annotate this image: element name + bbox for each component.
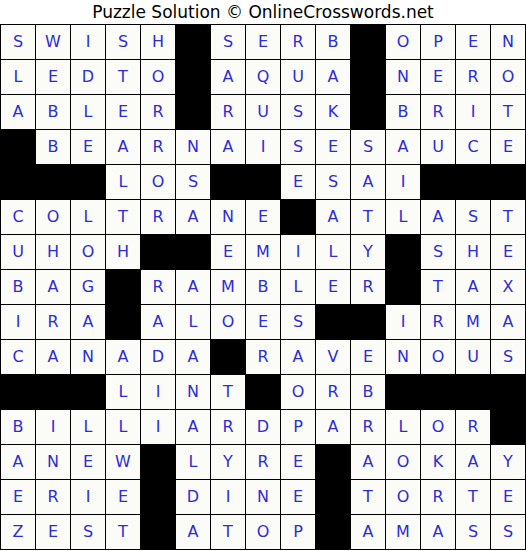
letter-cell: L (1, 60, 36, 95)
letter-cell: E (106, 480, 141, 515)
black-cell (176, 60, 211, 95)
letter-cell: E (71, 445, 106, 480)
letter-cell: B (316, 25, 351, 60)
letter-cell: U (246, 95, 281, 130)
letter-cell: A (71, 305, 106, 340)
title-bar: Puzzle Solution © OnlineCrosswords.net (0, 0, 526, 24)
black-cell (141, 515, 176, 550)
letter-cell: N (211, 200, 246, 235)
letter-cell: S (106, 25, 141, 60)
letter-cell: T (491, 200, 526, 235)
letter-cell: R (141, 200, 176, 235)
letter-cell: I (141, 410, 176, 445)
letter-cell: R (421, 305, 456, 340)
letter-cell: S (456, 200, 491, 235)
letter-cell: E (351, 340, 386, 375)
letter-cell: R (36, 480, 71, 515)
letter-cell: A (141, 305, 176, 340)
black-cell (246, 165, 281, 200)
letter-cell: S (211, 25, 246, 60)
letter-cell: U (456, 340, 491, 375)
letter-cell: A (316, 410, 351, 445)
letter-cell: E (211, 235, 246, 270)
letter-cell: R (316, 375, 351, 410)
letter-cell: S (1, 25, 36, 60)
letter-cell: S (456, 515, 491, 550)
letter-cell: E (316, 270, 351, 305)
black-cell (281, 200, 316, 235)
letter-cell: A (421, 515, 456, 550)
letter-cell: E (246, 25, 281, 60)
letter-cell: N (71, 340, 106, 375)
letter-cell: C (456, 130, 491, 165)
black-cell (106, 305, 141, 340)
letter-cell: R (211, 95, 246, 130)
letter-cell: E (36, 60, 71, 95)
black-cell (1, 130, 36, 165)
letter-cell: A (36, 270, 71, 305)
black-cell (456, 165, 491, 200)
letter-cell: L (281, 270, 316, 305)
letter-cell: R (141, 130, 176, 165)
letter-cell: E (1, 480, 36, 515)
letter-cell: E (281, 445, 316, 480)
letter-cell: E (491, 130, 526, 165)
letter-cell: A (1, 95, 36, 130)
letter-cell: A (316, 60, 351, 95)
black-cell (176, 25, 211, 60)
black-cell (316, 515, 351, 550)
letter-cell: O (211, 305, 246, 340)
letter-cell: L (71, 410, 106, 445)
letter-cell: R (36, 305, 71, 340)
letter-cell: H (106, 235, 141, 270)
letter-cell: P (281, 515, 316, 550)
letter-cell: A (421, 200, 456, 235)
letter-cell: G (71, 270, 106, 305)
letter-cell: O (141, 165, 176, 200)
letter-cell: I (1, 305, 36, 340)
letter-cell: M (386, 515, 421, 550)
black-cell (36, 165, 71, 200)
letter-cell: P (281, 410, 316, 445)
letter-cell: S (351, 130, 386, 165)
letter-cell: A (36, 340, 71, 375)
letter-cell: R (456, 60, 491, 95)
letter-cell: V (316, 340, 351, 375)
letter-cell: I (141, 375, 176, 410)
black-cell (491, 375, 526, 410)
letter-cell: T (106, 60, 141, 95)
letter-cell: B (1, 410, 36, 445)
letter-cell: I (386, 165, 421, 200)
letter-cell: O (491, 60, 526, 95)
letter-cell: H (141, 25, 176, 60)
letter-cell: A (456, 270, 491, 305)
black-cell (106, 270, 141, 305)
letter-cell: E (491, 480, 526, 515)
letter-cell: M (246, 235, 281, 270)
black-cell (141, 480, 176, 515)
letter-cell: B (36, 130, 71, 165)
letter-cell: P (421, 25, 456, 60)
black-cell (491, 165, 526, 200)
letter-cell: R (421, 95, 456, 130)
letter-cell: S (281, 305, 316, 340)
letter-cell: X (491, 270, 526, 305)
letter-cell: N (386, 60, 421, 95)
letter-cell: S (421, 235, 456, 270)
letter-cell: S (316, 165, 351, 200)
letter-cell: K (421, 445, 456, 480)
letter-cell: S (491, 340, 526, 375)
letter-cell: R (421, 480, 456, 515)
letter-cell: E (71, 130, 106, 165)
letter-cell: O (141, 60, 176, 95)
letter-cell: O (36, 200, 71, 235)
letter-cell: C (1, 340, 36, 375)
letter-cell: L (176, 305, 211, 340)
black-cell (71, 165, 106, 200)
letter-cell: I (281, 235, 316, 270)
letter-cell: M (211, 270, 246, 305)
letter-cell: Y (491, 445, 526, 480)
letter-cell: W (106, 445, 141, 480)
letter-cell: A (316, 200, 351, 235)
letter-cell: R (141, 95, 176, 130)
letter-cell: S (281, 95, 316, 130)
black-cell (176, 95, 211, 130)
letter-cell: A (281, 340, 316, 375)
letter-cell: D (141, 340, 176, 375)
letter-cell: O (246, 515, 281, 550)
black-cell (316, 480, 351, 515)
black-cell (386, 235, 421, 270)
letter-cell: T (351, 480, 386, 515)
letter-cell: O (421, 410, 456, 445)
letter-cell: A (176, 515, 211, 550)
letter-cell: O (281, 375, 316, 410)
letter-cell: E (246, 305, 281, 340)
letter-cell: L (71, 95, 106, 130)
letter-cell: S (281, 130, 316, 165)
letter-cell: E (421, 60, 456, 95)
letter-cell: L (316, 235, 351, 270)
letter-cell: E (281, 480, 316, 515)
letter-cell: O (71, 235, 106, 270)
letter-cell: A (176, 200, 211, 235)
letter-cell: I (211, 480, 246, 515)
letter-cell: E (106, 95, 141, 130)
puzzle-solution-page: Puzzle Solution © OnlineCrosswords.net S… (0, 0, 526, 551)
black-cell (421, 375, 456, 410)
letter-cell: T (421, 270, 456, 305)
letter-cell: R (281, 25, 316, 60)
letter-cell: S (176, 165, 211, 200)
letter-cell: N (246, 480, 281, 515)
letter-cell: A (386, 130, 421, 165)
letter-cell: I (36, 410, 71, 445)
letter-cell: U (1, 235, 36, 270)
letter-cell: A (456, 445, 491, 480)
letter-cell: A (351, 445, 386, 480)
letter-cell: N (386, 340, 421, 375)
letter-cell: I (246, 130, 281, 165)
letter-cell: N (491, 25, 526, 60)
letter-cell: C (1, 200, 36, 235)
letter-cell: T (491, 95, 526, 130)
letter-cell: A (351, 165, 386, 200)
letter-cell: E (491, 235, 526, 270)
letter-cell: E (456, 25, 491, 60)
letter-cell: T (106, 515, 141, 550)
black-cell (176, 235, 211, 270)
letter-cell: R (351, 270, 386, 305)
black-cell (141, 235, 176, 270)
letter-cell: A (491, 305, 526, 340)
black-cell (386, 375, 421, 410)
letter-cell: B (1, 270, 36, 305)
letter-cell: R (456, 410, 491, 445)
letter-cell: U (421, 130, 456, 165)
black-cell (491, 410, 526, 445)
letter-cell: Y (211, 445, 246, 480)
black-cell (421, 165, 456, 200)
crossword-grid: SWISHSERBOPENLEDTOAQUANEROABLERRUSKBRITB… (0, 24, 526, 550)
page-title: Puzzle Solution © OnlineCrosswords.net (92, 2, 434, 22)
letter-cell: T (211, 515, 246, 550)
letter-cell: H (36, 235, 71, 270)
letter-cell: D (246, 410, 281, 445)
letter-cell: B (36, 95, 71, 130)
letter-cell: Y (351, 235, 386, 270)
letter-cell: L (386, 410, 421, 445)
letter-cell: E (246, 200, 281, 235)
letter-cell: N (176, 130, 211, 165)
letter-cell: B (351, 375, 386, 410)
letter-cell: R (141, 270, 176, 305)
letter-cell: L (386, 200, 421, 235)
letter-cell: N (36, 445, 71, 480)
letter-cell: D (176, 480, 211, 515)
letter-cell: R (246, 340, 281, 375)
letter-cell: I (456, 95, 491, 130)
letter-cell: T (211, 375, 246, 410)
black-cell (316, 445, 351, 480)
letter-cell: A (106, 130, 141, 165)
letter-cell: A (211, 60, 246, 95)
letter-cell: A (176, 340, 211, 375)
letter-cell: D (71, 60, 106, 95)
letter-cell: I (71, 480, 106, 515)
letter-cell: M (456, 305, 491, 340)
letter-cell: L (106, 410, 141, 445)
letter-cell: L (106, 165, 141, 200)
letter-cell: A (176, 410, 211, 445)
letter-cell: A (211, 130, 246, 165)
letter-cell: Q (246, 60, 281, 95)
black-cell (351, 95, 386, 130)
black-cell (246, 375, 281, 410)
letter-cell: N (176, 375, 211, 410)
letter-cell: T (351, 200, 386, 235)
letter-cell: O (386, 480, 421, 515)
letter-cell: L (176, 445, 211, 480)
black-cell (351, 25, 386, 60)
letter-cell: E (316, 130, 351, 165)
letter-cell: W (36, 25, 71, 60)
letter-cell: A (176, 270, 211, 305)
letter-cell: T (456, 480, 491, 515)
letter-cell: O (386, 25, 421, 60)
letter-cell: A (1, 445, 36, 480)
letter-cell: L (106, 375, 141, 410)
letter-cell: B (386, 95, 421, 130)
letter-cell: S (71, 515, 106, 550)
black-cell (211, 340, 246, 375)
letter-cell: R (246, 445, 281, 480)
letter-cell: O (386, 445, 421, 480)
letter-cell: Z (1, 515, 36, 550)
black-cell (1, 375, 36, 410)
black-cell (386, 270, 421, 305)
black-cell (456, 375, 491, 410)
letter-cell: A (351, 515, 386, 550)
letter-cell: I (71, 25, 106, 60)
black-cell (141, 445, 176, 480)
letter-cell: I (386, 305, 421, 340)
black-cell (351, 305, 386, 340)
letter-cell: E (281, 165, 316, 200)
black-cell (1, 165, 36, 200)
letter-cell: B (246, 270, 281, 305)
letter-cell: L (71, 200, 106, 235)
black-cell (71, 375, 106, 410)
letter-cell: R (211, 410, 246, 445)
black-cell (351, 60, 386, 95)
black-cell (36, 375, 71, 410)
black-cell (316, 305, 351, 340)
letter-cell: E (36, 515, 71, 550)
letter-cell: S (491, 515, 526, 550)
letter-cell: R (351, 410, 386, 445)
letter-cell: A (106, 340, 141, 375)
letter-cell: T (106, 200, 141, 235)
letter-cell: H (456, 235, 491, 270)
letter-cell: K (316, 95, 351, 130)
black-cell (211, 165, 246, 200)
letter-cell: O (421, 340, 456, 375)
letter-cell: U (281, 60, 316, 95)
